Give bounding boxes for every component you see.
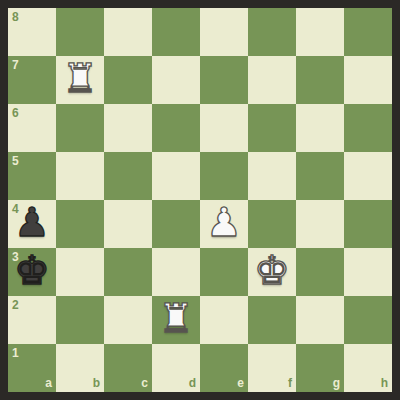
square-d8[interactable] — [152, 8, 200, 56]
square-d7[interactable] — [152, 56, 200, 104]
square-h2[interactable] — [344, 296, 392, 344]
square-e3[interactable] — [200, 248, 248, 296]
square-a3[interactable]: 3♚ — [8, 248, 56, 296]
square-g7[interactable] — [296, 56, 344, 104]
square-h1[interactable]: h — [344, 344, 392, 392]
white-rook[interactable]: ♜ — [158, 294, 194, 342]
square-b2[interactable] — [56, 296, 104, 344]
square-e6[interactable] — [200, 104, 248, 152]
square-a4[interactable]: 4♟ — [8, 200, 56, 248]
square-b5[interactable] — [56, 152, 104, 200]
square-d6[interactable] — [152, 104, 200, 152]
square-a6[interactable]: 6 — [8, 104, 56, 152]
square-a5[interactable]: 5 — [8, 152, 56, 200]
square-g3[interactable] — [296, 248, 344, 296]
square-g4[interactable] — [296, 200, 344, 248]
square-g8[interactable] — [296, 8, 344, 56]
square-c2[interactable] — [104, 296, 152, 344]
square-h3[interactable] — [344, 248, 392, 296]
square-f6[interactable] — [248, 104, 296, 152]
file-label-c: c — [141, 377, 148, 389]
square-e2[interactable] — [200, 296, 248, 344]
file-label-g: g — [333, 377, 340, 389]
square-f1[interactable]: f — [248, 344, 296, 392]
white-pawn[interactable]: ♟ — [206, 198, 242, 246]
square-h5[interactable] — [344, 152, 392, 200]
square-d5[interactable] — [152, 152, 200, 200]
file-label-e: e — [237, 377, 244, 389]
rank-label-6: 6 — [12, 107, 19, 119]
square-c4[interactable] — [104, 200, 152, 248]
square-f5[interactable] — [248, 152, 296, 200]
square-h7[interactable] — [344, 56, 392, 104]
rank-label-7: 7 — [12, 59, 19, 71]
square-h4[interactable] — [344, 200, 392, 248]
rank-label-1: 1 — [12, 347, 19, 359]
square-d4[interactable] — [152, 200, 200, 248]
square-b3[interactable] — [56, 248, 104, 296]
square-b8[interactable] — [56, 8, 104, 56]
square-d1[interactable]: d — [152, 344, 200, 392]
square-c7[interactable] — [104, 56, 152, 104]
rank-label-2: 2 — [12, 299, 19, 311]
rank-label-5: 5 — [12, 155, 19, 167]
black-king[interactable]: ♚ — [14, 246, 50, 294]
square-c3[interactable] — [104, 248, 152, 296]
square-g2[interactable] — [296, 296, 344, 344]
square-g6[interactable] — [296, 104, 344, 152]
file-label-h: h — [381, 377, 388, 389]
chess-board: 87♜654♟♟3♚♚2♜1abcdefgh — [8, 8, 392, 392]
square-d3[interactable] — [152, 248, 200, 296]
black-pawn[interactable]: ♟ — [14, 198, 50, 246]
square-b1[interactable]: b — [56, 344, 104, 392]
square-f4[interactable] — [248, 200, 296, 248]
white-rook[interactable]: ♜ — [62, 54, 98, 102]
square-c8[interactable] — [104, 8, 152, 56]
square-f2[interactable] — [248, 296, 296, 344]
square-g5[interactable] — [296, 152, 344, 200]
file-label-b: b — [93, 377, 100, 389]
square-a8[interactable]: 8 — [8, 8, 56, 56]
square-b7[interactable]: ♜ — [56, 56, 104, 104]
white-king[interactable]: ♚ — [254, 246, 290, 294]
file-label-a: a — [45, 377, 52, 389]
square-e1[interactable]: e — [200, 344, 248, 392]
square-b6[interactable] — [56, 104, 104, 152]
square-a7[interactable]: 7 — [8, 56, 56, 104]
square-e8[interactable] — [200, 8, 248, 56]
square-f8[interactable] — [248, 8, 296, 56]
square-h6[interactable] — [344, 104, 392, 152]
square-f3[interactable]: ♚ — [248, 248, 296, 296]
square-f7[interactable] — [248, 56, 296, 104]
square-e4[interactable]: ♟ — [200, 200, 248, 248]
square-a1[interactable]: 1a — [8, 344, 56, 392]
rank-label-8: 8 — [12, 11, 19, 23]
square-b4[interactable] — [56, 200, 104, 248]
square-g1[interactable]: g — [296, 344, 344, 392]
square-c5[interactable] — [104, 152, 152, 200]
square-e7[interactable] — [200, 56, 248, 104]
square-e5[interactable] — [200, 152, 248, 200]
file-label-d: d — [189, 377, 196, 389]
board-frame: 87♜654♟♟3♚♚2♜1abcdefgh — [0, 0, 400, 400]
file-label-f: f — [288, 377, 292, 389]
square-c1[interactable]: c — [104, 344, 152, 392]
square-d2[interactable]: ♜ — [152, 296, 200, 344]
square-c6[interactable] — [104, 104, 152, 152]
square-a2[interactable]: 2 — [8, 296, 56, 344]
square-h8[interactable] — [344, 8, 392, 56]
